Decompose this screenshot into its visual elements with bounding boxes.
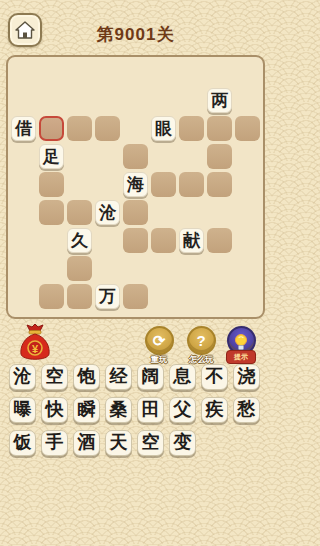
tray-tile[interactable]: 饭 [9, 430, 36, 456]
board-tile-given: 万 [95, 284, 120, 309]
tray-tile[interactable]: 快 [41, 397, 68, 423]
tray-row: 饭手酒天空变 [9, 430, 265, 456]
board-cell-empty[interactable] [67, 284, 92, 309]
board-cell-empty[interactable] [179, 116, 204, 141]
tray-tile[interactable]: 不 [201, 364, 228, 390]
board-cell-selected[interactable] [39, 116, 64, 141]
tray-tile[interactable]: 饱 [73, 364, 100, 390]
toolbar: ¥ ⟳ 重玩 ? 怎么玩 提示 [0, 318, 271, 364]
board-tile-given: 久 [67, 228, 92, 253]
tray-tile[interactable]: 愁 [233, 397, 260, 423]
tray-tile[interactable]: 酒 [73, 430, 100, 456]
board-cell-empty[interactable] [123, 144, 148, 169]
tray-tile[interactable]: 疾 [201, 397, 228, 423]
tray-tile[interactable]: 父 [169, 397, 196, 423]
tray-tile[interactable]: 阔 [137, 364, 164, 390]
level-title: 第9001关 [0, 23, 271, 46]
hint-button[interactable]: 提示 [224, 326, 258, 362]
board-cell-empty[interactable] [207, 228, 232, 253]
board-tile-given: 海 [123, 172, 148, 197]
tray-tile[interactable]: 瞬 [73, 397, 100, 423]
tray-tile[interactable]: 天 [105, 430, 132, 456]
board-cell-empty[interactable] [179, 172, 204, 197]
puzzle-board: 两借眼足海沧久献万 [6, 55, 265, 319]
game-screen: { "game": "chinese-idiom-crossword (成语填字… [0, 0, 271, 546]
tray-tile[interactable]: 空 [41, 364, 68, 390]
tray-tile[interactable]: 田 [137, 397, 164, 423]
tray-tile[interactable]: 沧 [9, 364, 36, 390]
board-cell-empty[interactable] [39, 200, 64, 225]
money-bag-icon: ¥ [16, 322, 54, 364]
tray-tile[interactable]: 变 [169, 430, 196, 456]
bulb-icon [233, 333, 249, 351]
tray-tile[interactable]: 桑 [105, 397, 132, 423]
yen-symbol: ¥ [32, 343, 39, 355]
tile-tray: 沧空饱经阔息不浇曝快瞬桑田父疾愁饭手酒天空变 [9, 364, 265, 463]
board-cell-empty[interactable] [151, 228, 176, 253]
board-cell-empty[interactable] [207, 172, 232, 197]
board-tile-given: 足 [39, 144, 64, 169]
board-cell-empty[interactable] [235, 116, 260, 141]
tray-row: 曝快瞬桑田父疾愁 [9, 397, 265, 423]
tray-tile[interactable]: 经 [105, 364, 132, 390]
tray-tile[interactable]: 息 [169, 364, 196, 390]
board-cell-empty[interactable] [123, 228, 148, 253]
restart-button[interactable]: ⟳ 重玩 [142, 326, 176, 362]
board-cell-empty[interactable] [207, 144, 232, 169]
board-cell-empty[interactable] [123, 200, 148, 225]
board-tile-given: 眼 [151, 116, 176, 141]
question-icon: ? [187, 326, 216, 355]
board-cell-empty[interactable] [67, 200, 92, 225]
board-cell-empty[interactable] [123, 284, 148, 309]
board-tile-given: 献 [179, 228, 204, 253]
board-cell-empty[interactable] [151, 172, 176, 197]
board-cell-empty[interactable] [207, 116, 232, 141]
how-to-play-button[interactable]: ? 怎么玩 [184, 326, 218, 362]
board-cell-empty[interactable] [39, 172, 64, 197]
board-cell-empty[interactable] [67, 116, 92, 141]
hint-label: 提示 [226, 350, 256, 364]
refresh-icon: ⟳ [145, 326, 174, 355]
tray-tile[interactable]: 手 [41, 430, 68, 456]
tray-row: 沧空饱经阔息不浇 [9, 364, 265, 390]
board-tile-given: 借 [11, 116, 36, 141]
board-tile-given: 沧 [95, 200, 120, 225]
money-bag-button[interactable]: ¥ [16, 322, 54, 364]
board-cell-empty[interactable] [39, 284, 64, 309]
tray-tile[interactable]: 空 [137, 430, 164, 456]
tray-tile[interactable]: 曝 [9, 397, 36, 423]
board-cell-empty[interactable] [67, 256, 92, 281]
tray-tile[interactable]: 浇 [233, 364, 260, 390]
board-tile-given: 两 [207, 88, 232, 113]
board-cell-empty[interactable] [95, 116, 120, 141]
